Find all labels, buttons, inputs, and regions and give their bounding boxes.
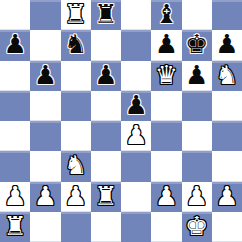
square-g3[interactable] bbox=[182, 151, 212, 181]
square-e8[interactable] bbox=[121, 0, 151, 30]
square-e3[interactable] bbox=[121, 151, 151, 181]
piece-black-rook[interactable]: ♜ bbox=[94, 1, 117, 27]
chess-board: ♜♜♝♟♞♟♚♟♟♟♛♟♞♟♟♞♟♟♟♜♟♟♟♜♚ bbox=[0, 0, 242, 242]
piece-white-pawn[interactable]: ♟ bbox=[3, 183, 26, 209]
square-h3[interactable] bbox=[212, 151, 242, 181]
piece-white-knight[interactable]: ♞ bbox=[215, 62, 238, 88]
piece-black-pawn[interactable]: ♟ bbox=[185, 62, 208, 88]
square-f3[interactable] bbox=[151, 151, 181, 181]
square-b5[interactable] bbox=[30, 91, 60, 121]
piece-white-rook[interactable]: ♜ bbox=[94, 183, 117, 209]
piece-white-pawn[interactable]: ♟ bbox=[215, 183, 238, 209]
square-b6[interactable]: ♟ bbox=[30, 61, 60, 91]
square-b8[interactable] bbox=[30, 0, 60, 30]
square-c3[interactable]: ♞ bbox=[61, 151, 91, 181]
square-c5[interactable] bbox=[61, 91, 91, 121]
square-a1[interactable]: ♜ bbox=[0, 212, 30, 242]
square-h8[interactable] bbox=[212, 0, 242, 30]
square-g2[interactable]: ♟ bbox=[182, 182, 212, 212]
square-g8[interactable] bbox=[182, 0, 212, 30]
square-e5[interactable]: ♟ bbox=[121, 91, 151, 121]
piece-black-king[interactable]: ♚ bbox=[185, 31, 208, 57]
square-c4[interactable] bbox=[61, 121, 91, 151]
square-d3[interactable] bbox=[91, 151, 121, 181]
square-b7[interactable] bbox=[30, 30, 60, 60]
piece-black-pawn[interactable]: ♟ bbox=[155, 31, 178, 57]
square-h5[interactable] bbox=[212, 91, 242, 121]
square-b2[interactable]: ♟ bbox=[30, 182, 60, 212]
square-a2[interactable]: ♟ bbox=[0, 182, 30, 212]
square-a7[interactable]: ♟ bbox=[0, 30, 30, 60]
square-a6[interactable] bbox=[0, 61, 30, 91]
square-e2[interactable] bbox=[121, 182, 151, 212]
square-d6[interactable]: ♟ bbox=[91, 61, 121, 91]
piece-white-king[interactable]: ♚ bbox=[185, 213, 208, 239]
piece-white-pawn[interactable]: ♟ bbox=[185, 183, 208, 209]
piece-black-pawn[interactable]: ♟ bbox=[124, 92, 147, 118]
piece-white-knight[interactable]: ♞ bbox=[64, 152, 87, 178]
square-a8[interactable] bbox=[0, 0, 30, 30]
piece-black-pawn[interactable]: ♟ bbox=[215, 31, 238, 57]
square-c6[interactable] bbox=[61, 61, 91, 91]
piece-black-knight[interactable]: ♞ bbox=[64, 31, 87, 57]
square-c7[interactable]: ♞ bbox=[61, 30, 91, 60]
square-d2[interactable]: ♜ bbox=[91, 182, 121, 212]
square-f5[interactable] bbox=[151, 91, 181, 121]
square-c1[interactable] bbox=[61, 212, 91, 242]
piece-white-rook[interactable]: ♜ bbox=[3, 213, 26, 239]
square-h1[interactable] bbox=[212, 212, 242, 242]
square-h6[interactable]: ♞ bbox=[212, 61, 242, 91]
square-f2[interactable]: ♟ bbox=[151, 182, 181, 212]
piece-black-pawn[interactable]: ♟ bbox=[34, 62, 57, 88]
square-g5[interactable] bbox=[182, 91, 212, 121]
square-e7[interactable] bbox=[121, 30, 151, 60]
square-d1[interactable] bbox=[91, 212, 121, 242]
piece-white-pawn[interactable]: ♟ bbox=[64, 183, 87, 209]
square-a3[interactable] bbox=[0, 151, 30, 181]
square-d7[interactable] bbox=[91, 30, 121, 60]
square-d5[interactable] bbox=[91, 91, 121, 121]
piece-white-rook[interactable]: ♜ bbox=[64, 1, 87, 27]
piece-black-pawn[interactable]: ♟ bbox=[94, 62, 117, 88]
square-g7[interactable]: ♚ bbox=[182, 30, 212, 60]
square-b3[interactable] bbox=[30, 151, 60, 181]
piece-white-pawn[interactable]: ♟ bbox=[124, 122, 147, 148]
square-c8[interactable]: ♜ bbox=[61, 0, 91, 30]
piece-white-queen[interactable]: ♛ bbox=[155, 62, 178, 88]
square-f1[interactable] bbox=[151, 212, 181, 242]
piece-black-bishop[interactable]: ♝ bbox=[155, 1, 178, 27]
square-b4[interactable] bbox=[30, 121, 60, 151]
square-b1[interactable] bbox=[30, 212, 60, 242]
square-d8[interactable]: ♜ bbox=[91, 0, 121, 30]
square-c2[interactable]: ♟ bbox=[61, 182, 91, 212]
square-a5[interactable] bbox=[0, 91, 30, 121]
square-e4[interactable]: ♟ bbox=[121, 121, 151, 151]
square-f7[interactable]: ♟ bbox=[151, 30, 181, 60]
piece-white-pawn[interactable]: ♟ bbox=[34, 183, 57, 209]
piece-white-pawn[interactable]: ♟ bbox=[155, 183, 178, 209]
square-f8[interactable]: ♝ bbox=[151, 0, 181, 30]
piece-black-pawn[interactable]: ♟ bbox=[3, 31, 26, 57]
square-h2[interactable]: ♟ bbox=[212, 182, 242, 212]
square-d4[interactable] bbox=[91, 121, 121, 151]
square-g4[interactable] bbox=[182, 121, 212, 151]
square-f4[interactable] bbox=[151, 121, 181, 151]
square-e6[interactable] bbox=[121, 61, 151, 91]
square-h7[interactable]: ♟ bbox=[212, 30, 242, 60]
square-h4[interactable] bbox=[212, 121, 242, 151]
square-g1[interactable]: ♚ bbox=[182, 212, 212, 242]
square-a4[interactable] bbox=[0, 121, 30, 151]
square-e1[interactable] bbox=[121, 212, 151, 242]
square-g6[interactable]: ♟ bbox=[182, 61, 212, 91]
square-f6[interactable]: ♛ bbox=[151, 61, 181, 91]
